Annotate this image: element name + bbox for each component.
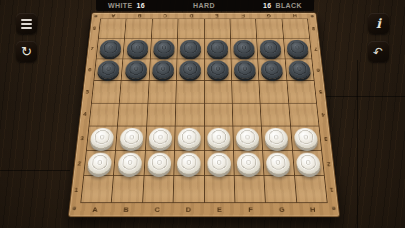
black-man-d6[interactable] — [179, 61, 201, 79]
white-man-f2[interactable] — [237, 152, 261, 174]
wood-grain — [261, 103, 290, 126]
board-cell-d3[interactable] — [175, 127, 204, 151]
checkers-app-screen: WHITE 16 HARD 16 BLACK ↻ i ↶ ABCDEFGH AB… — [0, 0, 405, 228]
board-cell-g4[interactable] — [261, 103, 290, 126]
wood-grain — [176, 103, 204, 126]
black-man-a6[interactable] — [97, 61, 120, 79]
frame-nail — [310, 15, 313, 17]
board-cell-a7[interactable] — [97, 39, 125, 59]
board-3d-wrapper: ABCDEFGH ABCDEFGH 87654321 87654321 — [68, 13, 340, 218]
board-cell-c6[interactable] — [149, 59, 176, 80]
board-cell-d5[interactable] — [176, 81, 203, 103]
board-cell-f3[interactable] — [233, 127, 262, 151]
board-cell-e5[interactable] — [204, 81, 231, 103]
file-label-bottom-f: F — [235, 203, 267, 217]
white-score-group: WHITE 16 — [108, 2, 145, 9]
info-icon: i — [376, 17, 381, 30]
white-man-d3[interactable] — [178, 128, 201, 149]
file-label-bottom-c: C — [141, 203, 173, 217]
wood-grain — [289, 103, 319, 126]
difficulty-label: HARD — [193, 2, 215, 9]
board-cell-g6[interactable] — [258, 59, 286, 80]
status-bar: WHITE 16 HARD 16 BLACK — [96, 0, 314, 11]
white-man-h2[interactable] — [296, 152, 321, 174]
black-man-f6[interactable] — [234, 61, 256, 79]
black-label: BLACK — [275, 2, 302, 9]
wood-grain — [265, 176, 296, 202]
white-man-b3[interactable] — [119, 128, 143, 149]
board-cell-g1[interactable] — [265, 176, 296, 202]
board-cell-e4[interactable] — [204, 103, 232, 126]
board-cell-d6[interactable] — [177, 59, 204, 80]
white-man-a3[interactable] — [90, 128, 115, 149]
black-man-h7[interactable] — [286, 40, 309, 58]
board-cell-b5[interactable] — [120, 81, 148, 103]
wood-grain — [204, 19, 230, 38]
board-cell-a8[interactable] — [99, 19, 126, 38]
file-label-bottom-b: B — [110, 203, 142, 217]
wood-grain — [143, 176, 174, 202]
wood-grain — [256, 19, 283, 38]
wood-grain — [235, 176, 266, 202]
board-cell-b2[interactable] — [114, 151, 145, 176]
file-label-bottom-g: G — [266, 203, 298, 217]
board-cell-f5[interactable] — [232, 81, 260, 103]
board-cell-f7[interactable] — [231, 39, 258, 59]
black-man-e7[interactable] — [207, 40, 228, 58]
board-cell-a6[interactable] — [94, 59, 122, 80]
restart-icon: ↻ — [21, 45, 32, 58]
file-labels-bottom: ABCDEFGH — [79, 203, 329, 217]
white-man-c2[interactable] — [147, 152, 171, 174]
board-cell-g3[interactable] — [262, 127, 292, 151]
board-cell-h6[interactable] — [285, 59, 313, 80]
white-man-a2[interactable] — [87, 152, 112, 174]
board-cell-a3[interactable] — [87, 127, 117, 151]
white-man-c3[interactable] — [148, 128, 172, 149]
frame-nail — [332, 207, 336, 210]
white-man-e3[interactable] — [207, 128, 230, 149]
board-cell-c1[interactable] — [143, 176, 174, 202]
board-cell-a4[interactable] — [89, 103, 119, 126]
board-cell-c4[interactable] — [147, 103, 176, 126]
board-cell-a5[interactable] — [92, 81, 121, 103]
board-cell-b6[interactable] — [122, 59, 150, 80]
board-cell-h5[interactable] — [287, 81, 316, 103]
board-cell-e7[interactable] — [204, 39, 230, 59]
white-man-g2[interactable] — [266, 152, 291, 174]
wood-grain — [259, 81, 287, 103]
board-cell-e1[interactable] — [204, 176, 234, 202]
board-cell-h1[interactable] — [295, 176, 327, 202]
wood-grain — [152, 19, 178, 38]
wood-grain — [92, 81, 121, 103]
wood-grain — [230, 19, 256, 38]
board-grid — [80, 19, 327, 204]
board-cell-g8[interactable] — [256, 19, 283, 38]
file-label-bottom-d: D — [173, 203, 204, 217]
board-cell-g2[interactable] — [263, 151, 294, 176]
white-man-d2[interactable] — [177, 152, 201, 174]
hamburger-icon — [21, 19, 32, 29]
wood-grain — [176, 81, 203, 103]
board-cell-d7[interactable] — [177, 39, 203, 59]
wood-seam — [357, 60, 358, 228]
board-cell-e3[interactable] — [204, 127, 233, 151]
board-cell-b8[interactable] — [125, 19, 152, 38]
wood-grain — [282, 19, 309, 38]
wood-grain — [118, 103, 147, 126]
board-cell-h7[interactable] — [284, 39, 312, 59]
board-cell-c2[interactable] — [144, 151, 174, 176]
white-piece-count: 16 — [137, 2, 145, 9]
file-label-bottom-h: H — [297, 203, 329, 217]
black-man-c6[interactable] — [152, 61, 174, 79]
black-man-a7[interactable] — [99, 40, 122, 58]
board-cell-f8[interactable] — [230, 19, 256, 38]
wood-grain — [295, 176, 327, 202]
board-cell-f2[interactable] — [234, 151, 264, 176]
board-cell-e2[interactable] — [204, 151, 233, 176]
wood-grain — [99, 19, 126, 38]
board-cell-c3[interactable] — [146, 127, 175, 151]
wood-seam — [0, 170, 70, 171]
board-cell-d1[interactable] — [174, 176, 204, 202]
wood-grain — [174, 176, 204, 202]
board-cell-c8[interactable] — [152, 19, 178, 38]
difficulty-group: HARD — [193, 2, 215, 9]
black-man-h6[interactable] — [288, 61, 311, 79]
board-cell-f1[interactable] — [235, 176, 266, 202]
board-cell-b7[interactable] — [124, 39, 151, 59]
undo-icon: ↶ — [372, 44, 385, 58]
restart-button[interactable]: ↻ — [16, 41, 37, 62]
wood-grain — [204, 176, 234, 202]
black-man-c7[interactable] — [153, 40, 175, 58]
wood-grain — [232, 81, 260, 103]
board-cell-b1[interactable] — [112, 176, 143, 202]
board-cell-b3[interactable] — [116, 127, 146, 151]
black-score-group: 16 BLACK — [263, 2, 302, 9]
wood-grain — [112, 176, 143, 202]
wood-grain — [204, 81, 231, 103]
white-man-f3[interactable] — [236, 128, 260, 149]
black-man-g7[interactable] — [260, 40, 282, 58]
wood-grain — [204, 103, 232, 126]
board-cell-e8[interactable] — [204, 19, 230, 38]
black-man-g6[interactable] — [261, 61, 284, 79]
black-man-b7[interactable] — [126, 40, 148, 58]
board-cell-d4[interactable] — [176, 103, 204, 126]
white-label: WHITE — [108, 2, 133, 9]
black-man-e6[interactable] — [207, 61, 229, 79]
wood-grain — [81, 176, 113, 202]
wood-grain — [178, 19, 204, 38]
white-man-h3[interactable] — [293, 128, 318, 149]
board-cell-f6[interactable] — [231, 59, 258, 80]
board-cell-f4[interactable] — [233, 103, 262, 126]
board-cell-c5[interactable] — [148, 81, 176, 103]
wood-grain — [89, 103, 119, 126]
wood-grain — [287, 81, 316, 103]
wood-grain — [125, 19, 152, 38]
black-man-f7[interactable] — [233, 40, 255, 58]
white-man-e2[interactable] — [207, 152, 231, 174]
board-cell-a1[interactable] — [81, 176, 113, 202]
board-cell-d2[interactable] — [174, 151, 203, 176]
board-cell-a2[interactable] — [84, 151, 115, 176]
white-man-g3[interactable] — [265, 128, 289, 149]
file-label-bottom-e: E — [204, 203, 235, 217]
board-cell-h4[interactable] — [289, 103, 319, 126]
board-cell-h3[interactable] — [291, 127, 321, 151]
undo-button[interactable]: ↶ — [368, 41, 389, 62]
white-man-b2[interactable] — [117, 152, 142, 174]
board-cell-h2[interactable] — [293, 151, 324, 176]
board-cell-e6[interactable] — [204, 59, 231, 80]
menu-button[interactable] — [16, 13, 37, 34]
wood-grain — [148, 81, 176, 103]
board-cell-h8[interactable] — [282, 19, 309, 38]
wood-grain — [147, 103, 176, 126]
board-cell-b4[interactable] — [118, 103, 147, 126]
wood-grain — [120, 81, 148, 103]
board-cell-c7[interactable] — [150, 39, 177, 59]
info-button[interactable]: i — [368, 13, 389, 34]
black-piece-count: 16 — [263, 2, 271, 9]
black-man-d7[interactable] — [180, 40, 201, 58]
black-man-b6[interactable] — [124, 61, 147, 79]
wood-grain — [233, 103, 262, 126]
wood-seam — [315, 96, 405, 97]
board-cell-g5[interactable] — [259, 81, 287, 103]
file-label-bottom-a: A — [79, 203, 111, 217]
board-cell-d8[interactable] — [178, 19, 204, 38]
board-cell-g7[interactable] — [257, 39, 284, 59]
